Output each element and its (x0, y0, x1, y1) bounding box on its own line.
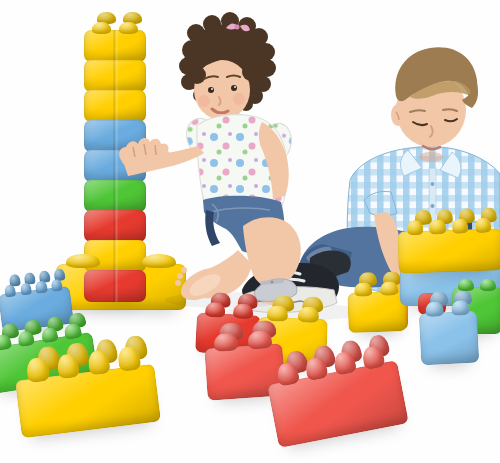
yellow-2x4-brick-front-left (15, 364, 161, 439)
yellow-2x4-brick-stack-top (397, 228, 500, 274)
red-2x4-brick-front-right (267, 360, 409, 448)
scattered-blocks (0, 0, 500, 463)
yellow-2x2-brick-by-shoe (347, 291, 406, 333)
blue-2x2-brick-stack-front (419, 311, 480, 366)
photo-canvas (0, 0, 500, 463)
